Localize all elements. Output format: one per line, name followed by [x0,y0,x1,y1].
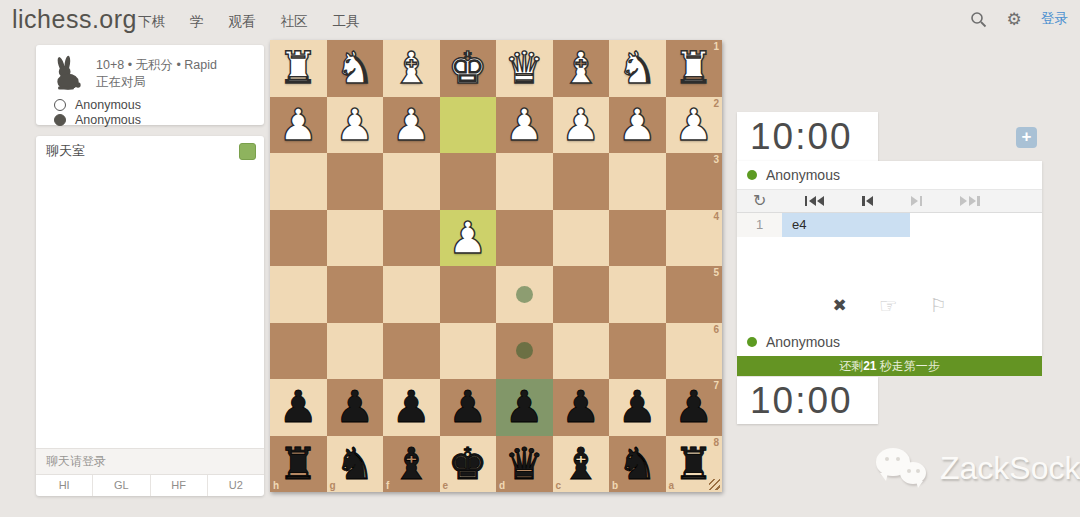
square-b8[interactable]: ♞b [609,436,666,493]
square-f7[interactable]: ♟ [383,379,440,436]
watermark-text: ZackSock [940,450,1080,487]
square-h2[interactable]: ♟ [270,97,327,154]
white-color-icon [54,99,66,111]
chat-preset-buttons: HIGLHFU2 [36,474,264,496]
square-c8[interactable]: ♝c [553,436,610,493]
round-panel: Anonymous ↻ 1e4 ✖ ☞ ⚐ Anonymous [737,161,1042,356]
header-right: ⚙ 登录 [969,10,1068,28]
previous-move-button[interactable] [862,193,873,209]
black-king: ♚ [440,436,497,493]
square-a4[interactable]: 4 [666,210,723,267]
black-rook: ♜ [270,436,327,493]
chat-preset-gl[interactable]: GL [93,475,150,496]
move-list: 1e4 [737,213,1042,237]
white-bishop: ♝ [553,40,610,97]
chat-login-prompt[interactable]: 聊天请登录 [36,448,264,474]
square-e7[interactable]: ♟ [440,379,497,436]
last-move-button[interactable] [960,193,980,209]
resign-flag-icon[interactable]: ⚐ [930,296,947,315]
square-e8[interactable]: ♚e [440,436,497,493]
square-h8[interactable]: ♜h [270,436,327,493]
square-h3[interactable] [270,153,327,210]
black-bishop: ♝ [383,436,440,493]
chat-panel: 聊天室 聊天请登录 HIGLHFU2 [36,136,264,496]
square-c7[interactable]: ♟ [553,379,610,436]
white-player-name: Anonymous [75,98,141,112]
time-control: 10+8 • 无积分 • Rapid [96,57,217,74]
white-pawn: ♟ [270,97,327,154]
first-move-button[interactable] [805,193,825,209]
square-c4[interactable] [553,210,610,267]
square-g7[interactable]: ♟ [327,379,384,436]
move-destination-dot [516,286,533,303]
nav-item-4[interactable]: 工具 [333,13,360,31]
black-queen: ♛ [496,436,553,493]
rank-label-8: 8 [713,437,719,448]
move-san-active[interactable]: e4 [782,213,910,237]
square-d5[interactable] [496,266,553,323]
file-label-b: b [612,480,618,491]
black-pawn: ♟ [270,379,327,436]
square-c6[interactable] [553,323,610,380]
black-player-name: Anonymous [75,113,141,127]
square-g2[interactable]: ♟ [327,97,384,154]
square-g6[interactable] [327,323,384,380]
square-d6[interactable] [496,323,553,380]
file-label-c: c [556,480,562,491]
chat-toggle[interactable] [239,143,256,160]
move-controls: ↻ [737,189,1042,213]
white-pawn: ♟ [383,97,440,154]
rank-label-7: 7 [713,380,719,391]
chess-board: ♜♞♝♚♛♝♞♜1♟♟♟♟♟♟♟23♟456♟♟♟♟♟♟♟♟7♜h♞g♝f♚e♛… [270,40,722,492]
square-c3[interactable] [553,153,610,210]
file-label-e: e [443,480,449,491]
game-action-buttons: ✖ ☞ ⚐ [737,295,1042,328]
square-f3[interactable] [383,153,440,210]
square-g1[interactable]: ♞ [327,40,384,97]
white-knight: ♞ [609,40,666,97]
square-g4[interactable] [327,210,384,267]
black-player-row: Anonymous [54,112,264,127]
rank-label-6: 6 [713,324,719,335]
square-g3[interactable] [327,153,384,210]
square-b5[interactable] [609,266,666,323]
black-knight: ♞ [327,436,384,493]
player-row: Anonymous [737,328,1042,356]
square-d4[interactable] [496,210,553,267]
nav-item-0[interactable]: 下棋 [138,13,165,31]
white-rook: ♜ [270,40,327,97]
square-a2[interactable]: ♟2 [666,97,723,154]
add-zen-plus-button[interactable]: + [1016,127,1037,148]
online-dot-icon [747,170,757,180]
file-label-h: h [273,480,279,491]
square-f8[interactable]: ♝f [383,436,440,493]
square-b2[interactable]: ♟ [609,97,666,154]
black-knight: ♞ [609,436,666,493]
square-a1[interactable]: ♜1 [666,40,723,97]
move-destination-dot [516,342,533,359]
square-b7[interactable]: ♟ [609,379,666,436]
nav-item-2[interactable]: 观看 [229,13,256,31]
login-link[interactable]: 登录 [1041,10,1068,28]
rank-label-4: 4 [713,211,719,222]
square-d2[interactable]: ♟ [496,97,553,154]
square-d7[interactable]: ♟ [496,379,553,436]
settings-gear-icon[interactable]: ⚙ [1005,10,1023,28]
square-a3[interactable]: 3 [666,153,723,210]
square-e6[interactable] [440,323,497,380]
black-pawn: ♟ [553,379,610,436]
rank-label-1: 1 [713,41,719,52]
square-f5[interactable] [383,266,440,323]
offer-draw-hand-icon[interactable]: ☞ [879,295,898,316]
square-a5[interactable]: 5 [666,266,723,323]
black-pawn: ♟ [383,379,440,436]
black-pawn: ♟ [327,379,384,436]
black-pawn: ♟ [440,379,497,436]
white-queen: ♛ [496,40,553,97]
rapid-rabbit-icon [50,55,82,91]
white-bishop: ♝ [383,40,440,97]
square-h4[interactable] [270,210,327,267]
square-f1[interactable]: ♝ [383,40,440,97]
chat-preset-hf[interactable]: HF [151,475,208,496]
opponent-name: Anonymous [766,167,840,183]
online-dot-icon [747,337,757,347]
square-e4[interactable]: ♟ [440,210,497,267]
square-h7[interactable]: ♟ [270,379,327,436]
first-move-time-warning: 还剩21 秒走第一步 [737,356,1042,376]
wechat-icon [876,446,932,490]
square-f6[interactable] [383,323,440,380]
flip-board-button[interactable]: ↻ [753,193,766,209]
square-c5[interactable] [553,266,610,323]
opponent-clock: 10:00 [737,112,878,162]
abort-game-icon[interactable]: ✖ [832,297,846,314]
player-clock: 10:00 [737,377,878,424]
watermark: ZackSock [876,446,1080,490]
rank-label-3: 3 [713,154,719,165]
chat-header: 聊天室 [36,136,264,164]
square-e5[interactable] [440,266,497,323]
chat-preset-u2[interactable]: U2 [208,475,264,496]
white-king: ♚ [440,40,497,97]
square-d3[interactable] [496,153,553,210]
game-status: 正在对局 [96,74,217,91]
square-e3[interactable] [440,153,497,210]
white-pawn: ♟ [553,97,610,154]
square-g8[interactable]: ♞g [327,436,384,493]
move-index: 1 [737,213,782,237]
search-icon[interactable] [969,10,987,28]
game-info-card: 10+8 • 无积分 • Rapid 正在对局 Anonymous Anonym… [36,45,264,125]
black-color-icon [54,114,66,126]
square-b6[interactable] [609,323,666,380]
player-name: Anonymous [766,334,840,350]
file-label-g: g [330,480,336,491]
chat-preset-hi[interactable]: HI [36,475,93,496]
file-label-d: d [499,480,505,491]
black-pawn: ♟ [609,379,666,436]
square-b4[interactable] [609,210,666,267]
white-pawn: ♟ [496,97,553,154]
main-nav: 下棋学观看社区工具 [138,13,360,31]
white-rook: ♜ [666,40,723,97]
square-h5[interactable] [270,266,327,323]
square-e2[interactable] [440,97,497,154]
square-b1[interactable]: ♞ [609,40,666,97]
square-c1[interactable]: ♝ [553,40,610,97]
rank-label-2: 2 [713,98,719,109]
rank-label-5: 5 [713,267,719,278]
square-d1[interactable]: ♛ [496,40,553,97]
board-resize-handle[interactable] [709,479,720,490]
square-a6[interactable]: 6 [666,323,723,380]
black-pawn: ♟ [666,379,723,436]
white-pawn: ♟ [609,97,666,154]
white-pawn: ♟ [666,97,723,154]
chat-messages-area [36,164,264,448]
square-b3[interactable] [609,153,666,210]
square-g5[interactable] [327,266,384,323]
opponent-row: Anonymous [737,161,1042,189]
square-h6[interactable] [270,323,327,380]
square-e1[interactable]: ♚ [440,40,497,97]
site-logo[interactable]: lichess.org [12,5,137,34]
players-list: Anonymous Anonymous [36,95,264,127]
white-player-row: Anonymous [54,97,264,112]
white-pawn: ♟ [327,97,384,154]
game-setup-text: 10+8 • 无积分 • Rapid 正在对局 [96,55,217,91]
lichess-game-page: lichess.org 下棋学观看社区工具 ⚙ 登录 [0,0,1080,517]
square-h1[interactable]: ♜ [270,40,327,97]
square-f4[interactable] [383,210,440,267]
square-c2[interactable]: ♟ [553,97,610,154]
black-bishop: ♝ [553,436,610,493]
white-knight: ♞ [327,40,384,97]
nav-item-3[interactable]: 社区 [281,13,308,31]
square-a7[interactable]: ♟7 [666,379,723,436]
nav-item-1[interactable]: 学 [190,13,204,31]
file-label-f: f [386,480,389,491]
next-move-button[interactable] [911,193,922,209]
chat-title: 聊天室 [46,142,85,160]
file-label-a: a [669,480,675,491]
square-d8[interactable]: ♛d [496,436,553,493]
game-info-top: 10+8 • 无积分 • Rapid 正在对局 [36,45,264,95]
site-header: lichess.org 下棋学观看社区工具 ⚙ 登录 [0,0,1080,40]
board-grid: ♜♞♝♚♛♝♞♜1♟♟♟♟♟♟♟23♟456♟♟♟♟♟♟♟♟7♜h♞g♝f♚e♛… [270,40,722,492]
square-f2[interactable]: ♟ [383,97,440,154]
